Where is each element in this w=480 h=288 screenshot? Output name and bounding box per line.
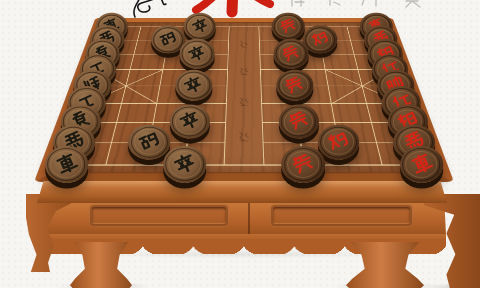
piece-top-face bbox=[175, 70, 212, 101]
piece-top-face bbox=[169, 105, 209, 139]
piece-top-face bbox=[45, 146, 89, 183]
piece-top-face bbox=[281, 146, 325, 183]
piece-black-soldier[interactable] bbox=[184, 13, 217, 40]
piece-black-soldier[interactable] bbox=[169, 105, 209, 139]
piece-red-soldier[interactable] bbox=[276, 70, 313, 101]
piece-top-face bbox=[163, 146, 207, 183]
piece-top-face bbox=[400, 146, 444, 183]
piece-top-face bbox=[274, 39, 309, 68]
piece-top-face bbox=[272, 13, 305, 40]
piece-top-face bbox=[184, 13, 217, 40]
piece-red-soldier[interactable] bbox=[274, 39, 309, 68]
piece-top-face bbox=[179, 39, 214, 68]
piece-red-soldier[interactable] bbox=[272, 13, 305, 40]
piece-top-face bbox=[278, 105, 318, 139]
piece-red-soldier[interactable] bbox=[278, 105, 318, 139]
product-photo-xiangqi-table bbox=[0, 0, 480, 288]
piece-top-face bbox=[276, 70, 313, 101]
piece-black-soldier[interactable] bbox=[175, 70, 212, 101]
piece-black-soldier[interactable] bbox=[179, 39, 214, 68]
piece-red-chariot[interactable] bbox=[400, 146, 444, 183]
pieces-layer bbox=[0, 0, 480, 288]
piece-black-chariot[interactable] bbox=[45, 146, 89, 183]
piece-black-soldier[interactable] bbox=[163, 146, 207, 183]
piece-red-soldier[interactable] bbox=[281, 146, 325, 183]
